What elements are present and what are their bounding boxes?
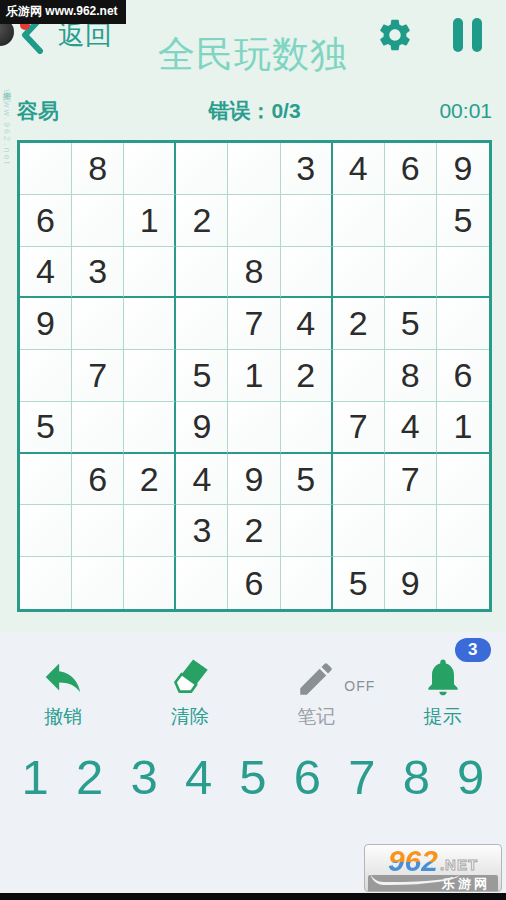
sudoku-cell[interactable] [333, 454, 385, 506]
sudoku-cell[interactable]: 4 [333, 143, 385, 195]
app-title: 全民玩数独 [0, 30, 506, 80]
sudoku-cell[interactable] [124, 350, 176, 402]
pause-bar [472, 18, 482, 52]
sudoku-cell[interactable]: 2 [228, 505, 280, 557]
sudoku-cell[interactable] [176, 298, 228, 350]
sudoku-cell[interactable]: 7 [228, 298, 280, 350]
toolbar: 撤销 清除 OFF 笔记 [0, 646, 506, 730]
sudoku-cell[interactable] [72, 505, 124, 557]
sudoku-cell[interactable]: 8 [228, 247, 280, 299]
sudoku-cell[interactable]: 6 [385, 143, 437, 195]
sudoku-cell[interactable]: 5 [333, 557, 385, 609]
sudoku-cell[interactable] [176, 247, 228, 299]
sudoku-cell[interactable] [176, 557, 228, 609]
sudoku-cell[interactable]: 9 [228, 454, 280, 506]
sudoku-cell[interactable]: 3 [281, 143, 333, 195]
sudoku-cell[interactable] [20, 454, 72, 506]
bell-icon [421, 654, 465, 700]
notes-state: OFF [344, 678, 375, 694]
sudoku-cell[interactable] [124, 557, 176, 609]
site-watermark-side: 乐游网 www.962.net [0, 82, 13, 166]
site-logo-badge: 962 .NET 乐游网 [364, 844, 502, 892]
site-watermark-top: 乐游网 www.962.net [0, 0, 126, 24]
sudoku-cell[interactable] [385, 247, 437, 299]
sudoku-cell[interactable] [20, 505, 72, 557]
sudoku-cell[interactable] [72, 402, 124, 454]
eraser-icon [165, 650, 215, 700]
sudoku-cell[interactable]: 2 [176, 195, 228, 247]
sudoku-cell[interactable] [72, 298, 124, 350]
settings-gear-icon[interactable] [376, 16, 414, 54]
hint-label: 提示 [424, 704, 462, 730]
pause-bar [453, 18, 463, 52]
sudoku-cell[interactable]: 4 [281, 298, 333, 350]
numpad-7[interactable]: 7 [348, 748, 375, 807]
sudoku-cell[interactable] [176, 143, 228, 195]
number-pad: 123456789 [0, 748, 506, 807]
erase-label: 清除 [171, 704, 209, 730]
sudoku-cell[interactable] [333, 247, 385, 299]
hint-button[interactable]: 3 提示 [380, 646, 506, 730]
numpad-1[interactable]: 1 [22, 748, 49, 807]
sudoku-cell[interactable]: 5 [20, 402, 72, 454]
sudoku-cell[interactable] [281, 557, 333, 609]
sudoku-cell[interactable]: 7 [72, 350, 124, 402]
sudoku-cell[interactable]: 5 [385, 298, 437, 350]
sudoku-cell[interactable] [228, 195, 280, 247]
status-bar: 容易 错误：0/3 00:01 [17, 96, 492, 126]
sudoku-cell[interactable]: 9 [176, 402, 228, 454]
sudoku-cell[interactable] [437, 247, 489, 299]
sudoku-cell[interactable]: 5 [281, 454, 333, 506]
sudoku-cell[interactable] [228, 402, 280, 454]
sudoku-cell[interactable] [228, 143, 280, 195]
sudoku-cell[interactable]: 1 [124, 195, 176, 247]
sudoku-cell[interactable]: 6 [72, 454, 124, 506]
sudoku-cell[interactable] [333, 350, 385, 402]
sudoku-cell[interactable] [124, 402, 176, 454]
numpad-4[interactable]: 4 [185, 748, 212, 807]
sudoku-cell[interactable] [124, 298, 176, 350]
sudoku-cell[interactable] [124, 143, 176, 195]
sudoku-cell[interactable] [20, 143, 72, 195]
sudoku-cell[interactable] [124, 247, 176, 299]
sudoku-cell[interactable]: 6 [437, 350, 489, 402]
sudoku-cell[interactable] [437, 557, 489, 609]
notes-button[interactable]: OFF 笔记 [253, 646, 380, 730]
sudoku-cell[interactable] [437, 298, 489, 350]
sudoku-cell[interactable] [333, 505, 385, 557]
sudoku-cell[interactable] [437, 505, 489, 557]
sudoku-cell[interactable]: 4 [20, 247, 72, 299]
sudoku-cell[interactable]: 5 [176, 350, 228, 402]
numpad-3[interactable]: 3 [130, 748, 157, 807]
sudoku-cell[interactable]: 8 [72, 143, 124, 195]
sudoku-cell[interactable]: 7 [333, 402, 385, 454]
sudoku-cell[interactable]: 8 [385, 350, 437, 402]
pause-button[interactable] [453, 18, 482, 52]
sudoku-cell[interactable]: 4 [176, 454, 228, 506]
sudoku-cell[interactable] [281, 247, 333, 299]
undo-button[interactable]: 撤销 [0, 646, 127, 730]
erase-button[interactable]: 清除 [127, 646, 254, 730]
sudoku-cell[interactable]: 2 [281, 350, 333, 402]
notes-label: 笔记 [297, 704, 335, 730]
sudoku-cell[interactable] [333, 195, 385, 247]
errors-counter: 错误：0/3 [147, 97, 362, 125]
sudoku-cell[interactable] [20, 557, 72, 609]
sudoku-cell[interactable]: 7 [385, 454, 437, 506]
numpad-6[interactable]: 6 [294, 748, 321, 807]
difficulty-label: 容易 [17, 97, 147, 125]
sudoku-cell[interactable] [385, 195, 437, 247]
sudoku-cell[interactable] [281, 402, 333, 454]
timer: 00:01 [362, 99, 492, 123]
sudoku-cell[interactable]: 5 [437, 195, 489, 247]
sudoku-cell[interactable] [281, 505, 333, 557]
sudoku-cell[interactable] [385, 505, 437, 557]
sudoku-cell[interactable] [124, 505, 176, 557]
sudoku-cell[interactable]: 1 [228, 350, 280, 402]
sudoku-cell[interactable]: 6 [228, 557, 280, 609]
sudoku-cell[interactable] [437, 454, 489, 506]
undo-label: 撤销 [44, 704, 82, 730]
sudoku-cell[interactable] [72, 557, 124, 609]
sudoku-grid: 834696125438974257512865974162495732659 [17, 140, 492, 612]
sudoku-cell[interactable]: 3 [176, 505, 228, 557]
sudoku-cell[interactable]: 4 [385, 402, 437, 454]
numpad-8[interactable]: 8 [403, 748, 430, 807]
numpad-9[interactable]: 9 [457, 748, 484, 807]
sudoku-cell[interactable] [72, 195, 124, 247]
sudoku-cell[interactable]: 9 [20, 298, 72, 350]
sudoku-cell[interactable]: 9 [385, 557, 437, 609]
sudoku-cell[interactable]: 1 [437, 402, 489, 454]
numpad-5[interactable]: 5 [239, 748, 266, 807]
hint-count-badge: 3 [455, 638, 491, 662]
sudoku-cell[interactable] [281, 195, 333, 247]
undo-arrow-icon [40, 654, 86, 700]
sudoku-cell[interactable]: 9 [437, 143, 489, 195]
sudoku-cell[interactable]: 2 [124, 454, 176, 506]
sudoku-cell[interactable]: 6 [20, 195, 72, 247]
sudoku-cell[interactable]: 3 [72, 247, 124, 299]
sudoku-cell[interactable]: 2 [333, 298, 385, 350]
pencil-icon [295, 658, 337, 700]
numpad-2[interactable]: 2 [76, 748, 103, 807]
bottom-black-bar [0, 893, 506, 900]
sudoku-cell[interactable] [20, 350, 72, 402]
